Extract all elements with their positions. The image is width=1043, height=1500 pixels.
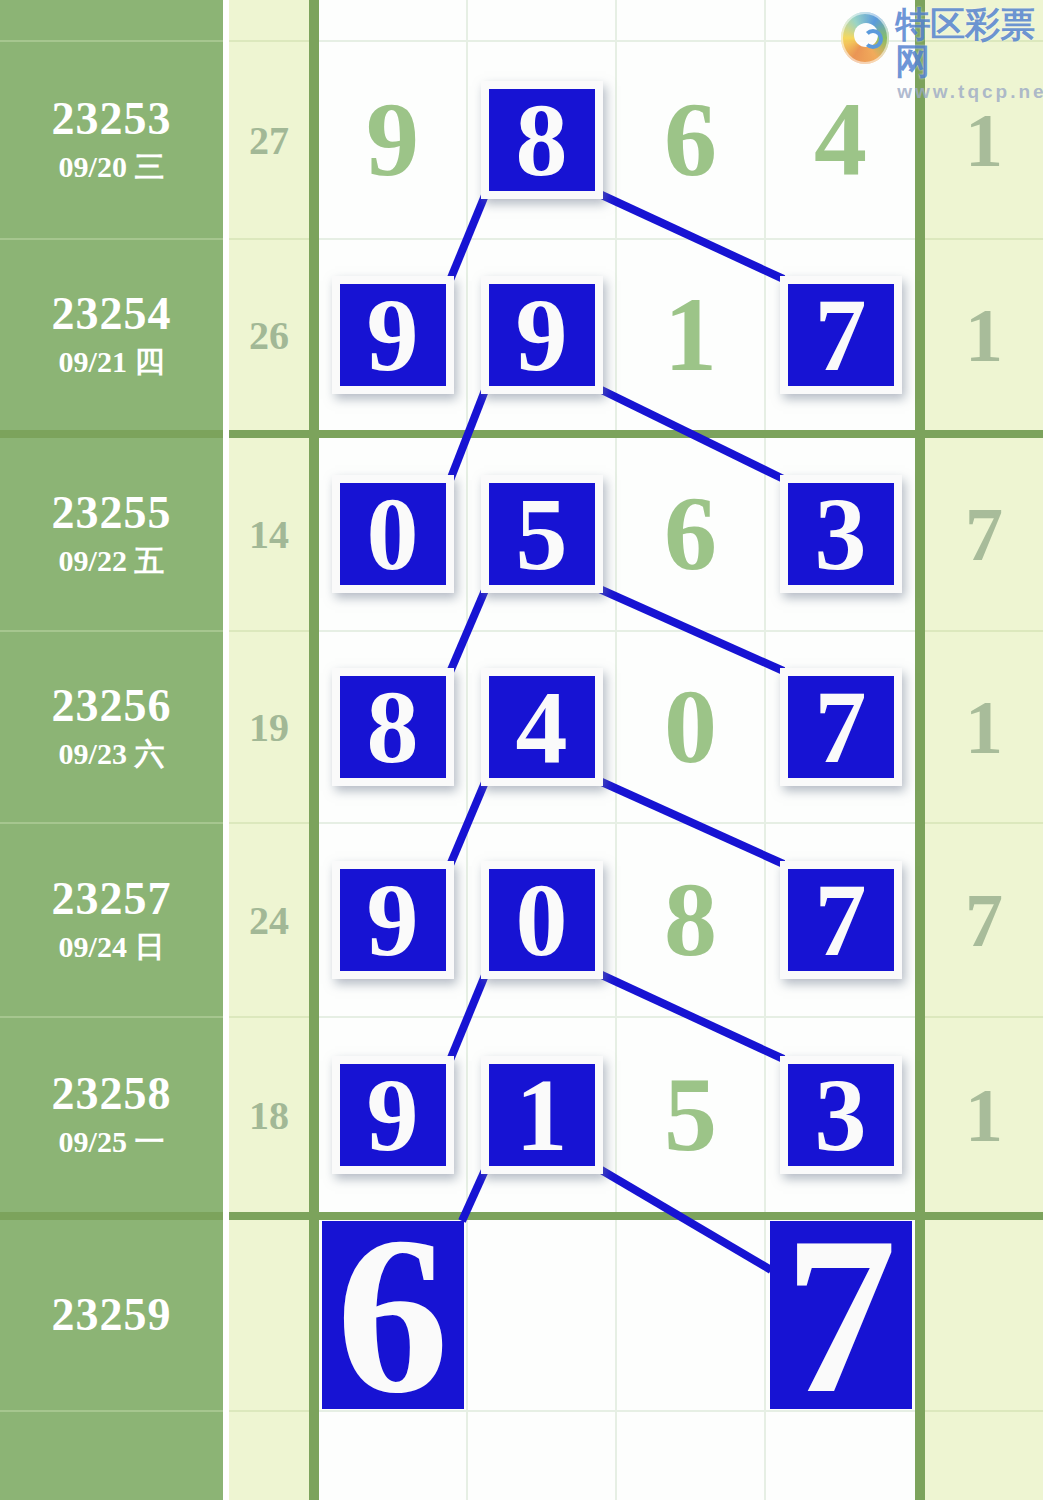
logo-swirl-icon <box>841 12 889 64</box>
miss-cell <box>229 1410 309 1500</box>
grid-cell: 1 <box>468 1016 617 1212</box>
grid-cell: 9 <box>319 40 468 238</box>
grid-cell: 0 <box>319 438 468 630</box>
right-count <box>925 1220 1043 1410</box>
grid-cell: 0 <box>617 630 766 822</box>
grid-cell: 9 <box>319 238 468 430</box>
right-count: 7 <box>925 438 1043 630</box>
miss-count: 24 <box>229 822 309 1016</box>
period-number: 23259 <box>52 1291 172 1339</box>
period-cell: 23259 <box>0 1220 223 1410</box>
grid-border <box>915 1410 925 1500</box>
grid-cell: 5 <box>617 1016 766 1212</box>
digit: 9 <box>332 1056 454 1174</box>
digit: 5 <box>481 475 603 593</box>
right-count: 1 <box>925 238 1043 430</box>
group-separator <box>0 1212 1043 1220</box>
grid-cell: 6 <box>617 40 766 238</box>
digit: 8 <box>481 81 603 199</box>
digit: 7 <box>780 668 902 786</box>
digit: 9 <box>366 87 419 193</box>
grid-cell: 0 <box>468 822 617 1016</box>
grid-border <box>309 1410 319 1500</box>
digit: 1 <box>481 1056 603 1174</box>
period-number: 23253 <box>52 95 172 143</box>
miss-cell <box>229 0 309 40</box>
miss-count <box>229 1220 309 1410</box>
grid-cell: 4 <box>468 630 617 822</box>
grid-cell: 8 <box>617 822 766 1016</box>
grid-border <box>915 438 925 630</box>
grid-border <box>309 822 319 1016</box>
grid-border <box>309 630 319 822</box>
period-cell: 23256 09/23 六 <box>0 630 223 822</box>
grid-border <box>309 238 319 430</box>
grid-cell: 7 <box>766 238 915 430</box>
period-cell <box>0 0 223 40</box>
grid-cell <box>468 1220 617 1410</box>
row-23257: 23257 09/24 日 24 9 0 8 7 7 <box>0 822 1043 1016</box>
grid-cell: 6 <box>617 438 766 630</box>
grid-cell: 1 <box>617 238 766 430</box>
grid-border <box>915 822 925 1016</box>
grid-cell <box>468 1410 617 1500</box>
grid-cell <box>319 1410 468 1500</box>
miss-count: 18 <box>229 1016 309 1212</box>
miss-count: 27 <box>229 40 309 238</box>
digit: 3 <box>780 475 902 593</box>
digit: 7 <box>780 276 902 394</box>
grid-border <box>915 238 925 430</box>
period-number: 23257 <box>52 875 172 923</box>
right-count: 1 <box>925 1016 1043 1212</box>
period-date: 09/24 日 <box>59 929 165 965</box>
digit: 8 <box>664 867 717 973</box>
site-logo[interactable]: 特区彩票网 www.tqcp.net <box>841 6 1043 103</box>
row-23254: 23254 09/21 四 26 9 9 1 7 1 <box>0 238 1043 430</box>
grid-cell <box>468 0 617 40</box>
grid-cell: 8 <box>468 40 617 238</box>
grid-border <box>309 0 319 40</box>
period-cell: 23255 09/22 五 <box>0 438 223 630</box>
digit: 8 <box>332 668 454 786</box>
digit: 5 <box>664 1062 717 1168</box>
grid-border <box>915 1220 925 1410</box>
digit: 4 <box>481 668 603 786</box>
grid-cell <box>319 0 468 40</box>
row-23258: 23258 09/25 一 18 9 1 5 3 1 <box>0 1016 1043 1212</box>
grid-cell: 7 <box>766 822 915 1016</box>
period-number: 23256 <box>52 682 172 730</box>
grid-cell: 3 <box>766 1016 915 1212</box>
period-cell: 23253 09/20 三 <box>0 40 223 238</box>
period-cell: 23254 09/21 四 <box>0 238 223 430</box>
grid-cell <box>617 1410 766 1500</box>
grid-cell: 9 <box>468 238 617 430</box>
digit: 6 <box>322 1221 464 1409</box>
miss-count: 26 <box>229 238 309 430</box>
group-separator <box>0 430 1043 438</box>
digit: 0 <box>664 674 717 780</box>
grid-cell <box>617 1220 766 1410</box>
grid-cell: 5 <box>468 438 617 630</box>
period-date: 09/25 一 <box>59 1124 165 1160</box>
digit: 3 <box>780 1056 902 1174</box>
period-date: 09/22 五 <box>59 543 165 579</box>
period-cell <box>0 1410 223 1500</box>
period-number: 23255 <box>52 489 172 537</box>
row-23256: 23256 09/23 六 19 8 4 0 7 1 <box>0 630 1043 822</box>
grid-border <box>309 438 319 630</box>
grid-cell: 7 <box>766 630 915 822</box>
grid-cell: 9 <box>319 822 468 1016</box>
row-23255: 23255 09/22 五 14 0 5 6 3 7 <box>0 438 1043 630</box>
miss-count: 14 <box>229 438 309 630</box>
lottery-trend-chart: 23253 09/20 三 27 9 8 6 4 1 23254 09/21 四… <box>0 0 1043 1500</box>
site-url: www.tqcp.net <box>895 81 1043 103</box>
period-cell: 23258 09/25 一 <box>0 1016 223 1212</box>
period-date: 09/20 三 <box>59 149 165 185</box>
miss-count: 19 <box>229 630 309 822</box>
grid-cell: 8 <box>319 630 468 822</box>
period-number: 23254 <box>52 290 172 338</box>
digit: 9 <box>332 861 454 979</box>
grid-border <box>309 1016 319 1212</box>
grid-border <box>309 40 319 238</box>
grid-border <box>915 1016 925 1212</box>
right-count: 1 <box>925 630 1043 822</box>
site-name: 特区彩票网 <box>895 6 1043 80</box>
digit: 0 <box>332 475 454 593</box>
grid-cell: 9 <box>319 1016 468 1212</box>
digit: 7 <box>780 861 902 979</box>
digit: 0 <box>481 861 603 979</box>
digit: 6 <box>664 87 717 193</box>
grid-cell <box>617 0 766 40</box>
digit: 9 <box>481 276 603 394</box>
grid-cell: 3 <box>766 438 915 630</box>
digit: 1 <box>664 282 717 388</box>
period-cell: 23257 09/24 日 <box>0 822 223 1016</box>
period-date: 09/21 四 <box>59 344 165 380</box>
grid-cell: 7 <box>766 1220 915 1410</box>
row-23259: 23259 6 7 <box>0 1220 1043 1410</box>
digit: 6 <box>664 481 717 587</box>
digit: 9 <box>332 276 454 394</box>
grid-cell <box>766 1410 915 1500</box>
grid-border <box>915 630 925 822</box>
period-date: 09/23 六 <box>59 736 165 772</box>
grid-cell: 6 <box>319 1220 468 1410</box>
period-number: 23258 <box>52 1070 172 1118</box>
digit: 7 <box>770 1221 912 1409</box>
grid-border <box>309 1220 319 1410</box>
digit: 4 <box>814 87 867 193</box>
right-cell <box>925 1410 1043 1500</box>
row-partial-bottom <box>0 1410 1043 1500</box>
right-count: 7 <box>925 822 1043 1016</box>
